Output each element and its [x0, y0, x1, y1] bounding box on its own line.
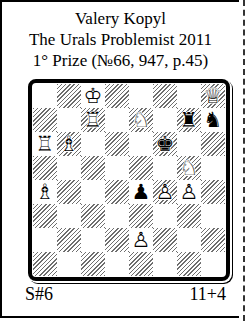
square-e1 — [129, 252, 153, 276]
black-pawn: ♟♟ — [129, 180, 153, 204]
white-king: ♚♔ — [81, 84, 105, 108]
square-a2 — [33, 228, 57, 252]
square-b7 — [57, 108, 81, 132]
square-g5: ♞♘ — [177, 156, 201, 180]
square-b8 — [57, 84, 81, 108]
square-f6: ♚♚ — [153, 132, 177, 156]
problem-footer: S#6 11+4 — [2, 281, 239, 305]
black-rook: ♜♜ — [177, 108, 201, 132]
square-e8 — [129, 84, 153, 108]
square-a8 — [33, 84, 57, 108]
square-g1 — [177, 252, 201, 276]
square-e6 — [129, 132, 153, 156]
square-d2 — [105, 228, 129, 252]
square-b3 — [57, 204, 81, 228]
square-h8: ♛♕ — [201, 84, 225, 108]
author-line: Valery Kopyl — [2, 8, 239, 29]
page-cut-line — [243, 0, 245, 321]
square-h6 — [201, 132, 225, 156]
material-count-label: 11+4 — [190, 284, 226, 305]
white-queen: ♛♕ — [201, 84, 225, 108]
chess-board: ♚♔♛♕♜♖♞♘♜♜♞♞♜♖♝♗♚♚♞♘♝♗♟♟♟♙♟♙♟♙ — [28, 79, 230, 281]
square-f1 — [153, 252, 177, 276]
square-a1 — [33, 252, 57, 276]
square-d5 — [105, 156, 129, 180]
square-a6: ♜♖ — [33, 132, 57, 156]
award-line: 1° Prize (№66, 947, p.45) — [2, 50, 239, 71]
square-c5 — [81, 156, 105, 180]
square-e7: ♞♘ — [129, 108, 153, 132]
square-f7 — [153, 108, 177, 132]
white-bishop: ♝♗ — [57, 132, 81, 156]
square-c7: ♜♖ — [81, 108, 105, 132]
square-f4: ♟♙ — [153, 180, 177, 204]
white-pawn: ♟♙ — [177, 180, 201, 204]
square-g3 — [177, 204, 201, 228]
square-d7 — [105, 108, 129, 132]
square-e5 — [129, 156, 153, 180]
square-e3 — [129, 204, 153, 228]
square-a5 — [33, 156, 57, 180]
square-d6 — [105, 132, 129, 156]
source-line: The Urals Problemist 2011 — [2, 29, 239, 50]
square-b6: ♝♗ — [57, 132, 81, 156]
square-d8 — [105, 84, 129, 108]
square-b5 — [57, 156, 81, 180]
white-bishop: ♝♗ — [33, 180, 57, 204]
square-h2 — [201, 228, 225, 252]
square-a7 — [33, 108, 57, 132]
square-c6 — [81, 132, 105, 156]
problem-header: Valery Kopyl The Urals Problemist 2011 1… — [2, 2, 239, 71]
square-a3 — [33, 204, 57, 228]
square-g8 — [177, 84, 201, 108]
square-b1 — [57, 252, 81, 276]
white-knight: ♞♘ — [177, 156, 201, 180]
square-h1 — [201, 252, 225, 276]
square-g7: ♜♜ — [177, 108, 201, 132]
square-f5 — [153, 156, 177, 180]
square-h7: ♞♞ — [201, 108, 225, 132]
square-h4 — [201, 180, 225, 204]
square-f8 — [153, 84, 177, 108]
square-f3 — [153, 204, 177, 228]
square-d3 — [105, 204, 129, 228]
square-c3 — [81, 204, 105, 228]
square-d1 — [105, 252, 129, 276]
square-g6 — [177, 132, 201, 156]
problem-card: Valery Kopyl The Urals Problemist 2011 1… — [0, 0, 239, 318]
square-d4 — [105, 180, 129, 204]
white-pawn: ♟♙ — [129, 228, 153, 252]
white-knight: ♞♘ — [129, 108, 153, 132]
square-a4: ♝♗ — [33, 180, 57, 204]
white-pawn: ♟♙ — [153, 180, 177, 204]
square-e2: ♟♙ — [129, 228, 153, 252]
square-c4 — [81, 180, 105, 204]
black-king: ♚♚ — [153, 132, 177, 156]
square-g4: ♟♙ — [177, 180, 201, 204]
square-h5 — [201, 156, 225, 180]
square-c1 — [81, 252, 105, 276]
square-h3 — [201, 204, 225, 228]
black-knight: ♞♞ — [201, 108, 225, 132]
square-e4: ♟♟ — [129, 180, 153, 204]
stipulation-label: S#6 — [25, 284, 53, 305]
white-rook: ♜♖ — [33, 132, 57, 156]
square-g2 — [177, 228, 201, 252]
white-rook: ♜♖ — [81, 108, 105, 132]
square-c8: ♚♔ — [81, 84, 105, 108]
square-f2 — [153, 228, 177, 252]
square-b2 — [57, 228, 81, 252]
square-c2 — [81, 228, 105, 252]
square-b4 — [57, 180, 81, 204]
